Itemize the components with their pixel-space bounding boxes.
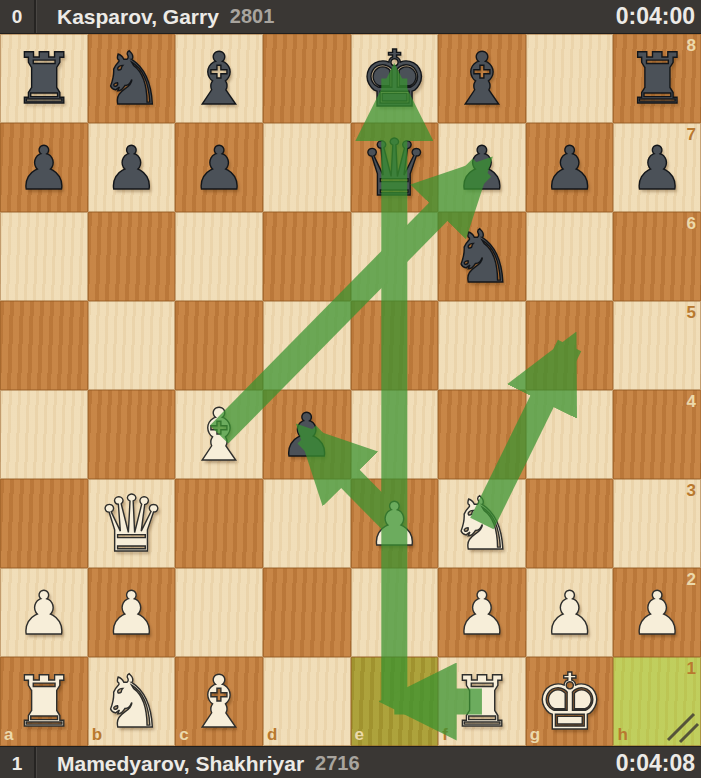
square-e7[interactable]: ♛ <box>351 123 439 212</box>
square-h8[interactable]: 8♜ <box>613 34 701 123</box>
rank-label-5: 5 <box>687 304 696 321</box>
square-f4[interactable] <box>438 390 526 479</box>
square-b5[interactable] <box>88 301 176 390</box>
square-f1[interactable]: f♜ <box>438 657 526 746</box>
black-pawn-b7[interactable]: ♟ <box>88 123 176 212</box>
square-f6[interactable]: ♞ <box>438 212 526 301</box>
square-f3[interactable]: ♞ <box>438 479 526 568</box>
top-player-clock: 0:04:00 <box>616 3 695 30</box>
white-pawn-b2[interactable]: ♟ <box>88 568 176 657</box>
black-queen-e7[interactable]: ♛ <box>351 123 439 212</box>
square-f2[interactable]: ♟ <box>438 568 526 657</box>
square-h1[interactable]: h1 <box>613 657 701 746</box>
white-rook-f1[interactable]: ♜ <box>438 657 526 746</box>
square-g2[interactable]: ♟ <box>526 568 614 657</box>
square-e6[interactable] <box>351 212 439 301</box>
square-g5[interactable] <box>526 301 614 390</box>
square-b7[interactable]: ♟ <box>88 123 176 212</box>
square-b6[interactable] <box>88 212 176 301</box>
black-rook-a8[interactable]: ♜ <box>0 34 88 123</box>
black-pawn-g7[interactable]: ♟ <box>526 123 614 212</box>
chess-board[interactable]: ♜♞♝♚♝8♜♟♟♟♛♟♟7♟♞65♝♟4♛♟♞3♟♟♟♟2♟a♜b♞c♝def… <box>0 34 701 746</box>
white-bishop-c4[interactable]: ♝ <box>175 390 263 479</box>
black-rook-h8[interactable]: ♜ <box>613 34 701 123</box>
chess-app: 0 Kasparov, Garry 2801 0:04:00 ♜♞♝♚♝8♜♟♟… <box>0 0 701 778</box>
bottom-player-clock: 0:04:08 <box>616 750 695 777</box>
black-bishop-f8[interactable]: ♝ <box>438 34 526 123</box>
square-a8[interactable]: ♜ <box>0 34 88 123</box>
rank-label-3: 3 <box>687 482 696 499</box>
top-player-name: Kasparov, Garry <box>57 5 219 29</box>
square-c6[interactable] <box>175 212 263 301</box>
square-b8[interactable]: ♞ <box>88 34 176 123</box>
white-knight-f3[interactable]: ♞ <box>438 479 526 568</box>
square-b2[interactable]: ♟ <box>88 568 176 657</box>
top-player-rating: 2801 <box>230 5 275 28</box>
black-pawn-c7[interactable]: ♟ <box>175 123 263 212</box>
square-c7[interactable]: ♟ <box>175 123 263 212</box>
black-pawn-a7[interactable]: ♟ <box>0 123 88 212</box>
white-pawn-f2[interactable]: ♟ <box>438 568 526 657</box>
white-queen-b3[interactable]: ♛ <box>88 479 176 568</box>
square-a4[interactable] <box>0 390 88 479</box>
file-label-d: d <box>267 726 277 743</box>
square-d8[interactable] <box>263 34 351 123</box>
square-d7[interactable] <box>263 123 351 212</box>
square-h4[interactable]: 4 <box>613 390 701 479</box>
square-a2[interactable]: ♟ <box>0 568 88 657</box>
bottom-player-index: 1 <box>0 753 34 775</box>
bottom-bar-divider <box>34 747 37 778</box>
top-player-index: 0 <box>0 6 34 28</box>
black-bishop-c8[interactable]: ♝ <box>175 34 263 123</box>
square-b4[interactable] <box>88 390 176 479</box>
white-pawn-g2[interactable]: ♟ <box>526 568 614 657</box>
square-d3[interactable] <box>263 479 351 568</box>
square-g4[interactable] <box>526 390 614 479</box>
square-e2[interactable] <box>351 568 439 657</box>
square-d5[interactable] <box>263 301 351 390</box>
bottom-player-name: Mamedyarov, Shakhriyar <box>57 752 304 776</box>
square-h6[interactable]: 6 <box>613 212 701 301</box>
black-knight-b8[interactable]: ♞ <box>88 34 176 123</box>
square-c5[interactable] <box>175 301 263 390</box>
square-f7[interactable]: ♟ <box>438 123 526 212</box>
white-rook-a1[interactable]: ♜ <box>0 657 88 746</box>
square-a5[interactable] <box>0 301 88 390</box>
file-label-h: h <box>617 726 627 743</box>
square-g1[interactable]: g♚ <box>526 657 614 746</box>
rank-label-6: 6 <box>687 215 696 232</box>
square-a3[interactable] <box>0 479 88 568</box>
white-knight-b1[interactable]: ♞ <box>88 657 176 746</box>
black-pawn-f7[interactable]: ♟ <box>438 123 526 212</box>
bottom-player-rating: 2716 <box>315 752 360 775</box>
square-b3[interactable]: ♛ <box>88 479 176 568</box>
white-pawn-a2[interactable]: ♟ <box>0 568 88 657</box>
top-bar-divider <box>34 0 37 33</box>
white-pawn-e3[interactable]: ♟ <box>351 479 439 568</box>
file-label-e: e <box>355 726 364 743</box>
square-e5[interactable] <box>351 301 439 390</box>
rank-label-1: 1 <box>687 660 696 677</box>
black-knight-f6[interactable]: ♞ <box>438 212 526 301</box>
square-a6[interactable] <box>0 212 88 301</box>
white-king-g1[interactable]: ♚ <box>526 657 614 746</box>
square-g3[interactable] <box>526 479 614 568</box>
black-king-e8[interactable]: ♚ <box>351 34 439 123</box>
square-e4[interactable] <box>351 390 439 479</box>
white-pawn-h2[interactable]: ♟ <box>613 568 701 657</box>
square-e8[interactable]: ♚ <box>351 34 439 123</box>
square-h7[interactable]: 7♟ <box>613 123 701 212</box>
square-f8[interactable]: ♝ <box>438 34 526 123</box>
square-e1[interactable]: e <box>351 657 439 746</box>
square-d4[interactable]: ♟ <box>263 390 351 479</box>
square-a1[interactable]: a♜ <box>0 657 88 746</box>
square-c2[interactable] <box>175 568 263 657</box>
square-b1[interactable]: b♞ <box>88 657 176 746</box>
bottom-player-bar: 1 Mamedyarov, Shakhriyar 2716 0:04:08 <box>0 746 701 778</box>
square-d1[interactable]: d <box>263 657 351 746</box>
square-c1[interactable]: c♝ <box>175 657 263 746</box>
rank-label-4: 4 <box>687 393 696 410</box>
square-a7[interactable]: ♟ <box>0 123 88 212</box>
square-d6[interactable] <box>263 212 351 301</box>
square-c8[interactable]: ♝ <box>175 34 263 123</box>
white-bishop-c1[interactable]: ♝ <box>175 657 263 746</box>
square-g7[interactable]: ♟ <box>526 123 614 212</box>
top-player-bar: 0 Kasparov, Garry 2801 0:04:00 <box>0 0 701 34</box>
square-d2[interactable] <box>263 568 351 657</box>
square-h2[interactable]: 2♟ <box>613 568 701 657</box>
square-g6[interactable] <box>526 212 614 301</box>
square-g8[interactable] <box>526 34 614 123</box>
square-e3[interactable]: ♟ <box>351 479 439 568</box>
square-c3[interactable] <box>175 479 263 568</box>
square-c4[interactable]: ♝ <box>175 390 263 479</box>
square-h5[interactable]: 5 <box>613 301 701 390</box>
black-pawn-d4[interactable]: ♟ <box>263 390 351 479</box>
square-h3[interactable]: 3 <box>613 479 701 568</box>
black-pawn-h7[interactable]: ♟ <box>613 123 701 212</box>
square-f5[interactable] <box>438 301 526 390</box>
